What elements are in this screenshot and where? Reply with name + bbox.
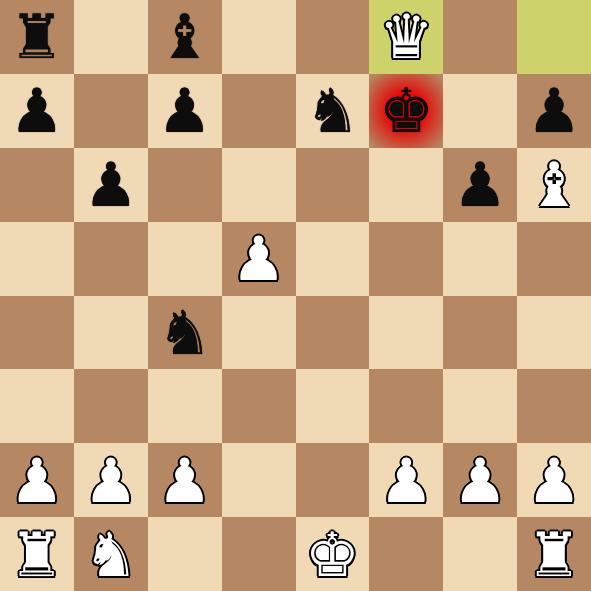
square-g5[interactable] — [443, 222, 517, 296]
square-f4[interactable] — [369, 296, 443, 370]
square-f6[interactable] — [369, 148, 443, 222]
square-b6[interactable]: ♟ — [74, 148, 148, 222]
square-d4[interactable] — [222, 296, 296, 370]
white-pawn-f2[interactable]: ♟ — [379, 450, 434, 511]
black-rook-a8[interactable]: ♜ — [10, 6, 65, 67]
square-h7[interactable]: ♟ — [517, 74, 591, 148]
white-pawn-c2[interactable]: ♟ — [157, 450, 212, 511]
white-pawn-d5[interactable]: ♟ — [231, 228, 286, 289]
square-c7[interactable]: ♟ — [148, 74, 222, 148]
square-b7[interactable] — [74, 74, 148, 148]
white-pawn-g2[interactable]: ♟ — [453, 450, 508, 511]
square-h6[interactable]: ♝ — [517, 148, 591, 222]
square-e8[interactable] — [296, 0, 370, 74]
square-c2[interactable]: ♟ — [148, 443, 222, 517]
square-f1[interactable] — [369, 517, 443, 591]
square-d1[interactable] — [222, 517, 296, 591]
square-a2[interactable]: ♟ — [0, 443, 74, 517]
white-pawn-h2[interactable]: ♟ — [527, 450, 582, 511]
square-a7[interactable]: ♟ — [0, 74, 74, 148]
square-b5[interactable] — [74, 222, 148, 296]
square-b4[interactable] — [74, 296, 148, 370]
square-g3[interactable] — [443, 369, 517, 443]
white-pawn-b2[interactable]: ♟ — [83, 450, 138, 511]
square-c5[interactable] — [148, 222, 222, 296]
square-d6[interactable] — [222, 148, 296, 222]
square-g2[interactable]: ♟ — [443, 443, 517, 517]
square-f8-lastmove-highlight[interactable]: ♛ — [369, 0, 443, 74]
square-c4[interactable]: ♞ — [148, 296, 222, 370]
black-bishop-c8[interactable]: ♝ — [157, 6, 212, 67]
square-a8[interactable]: ♜ — [0, 0, 74, 74]
square-g6[interactable]: ♟ — [443, 148, 517, 222]
square-d8[interactable] — [222, 0, 296, 74]
black-pawn-b6[interactable]: ♟ — [83, 154, 138, 215]
white-rook-a1[interactable]: ♜ — [10, 524, 65, 585]
square-d7[interactable] — [222, 74, 296, 148]
black-pawn-g6[interactable]: ♟ — [453, 154, 508, 215]
square-f2[interactable]: ♟ — [369, 443, 443, 517]
square-h5[interactable] — [517, 222, 591, 296]
square-d5[interactable]: ♟ — [222, 222, 296, 296]
square-e7[interactable]: ♞ — [296, 74, 370, 148]
white-queen-f8[interactable]: ♛ — [379, 6, 434, 67]
square-b8[interactable] — [74, 0, 148, 74]
square-a6[interactable] — [0, 148, 74, 222]
square-c6[interactable] — [148, 148, 222, 222]
square-a1[interactable]: ♜ — [0, 517, 74, 591]
square-h3[interactable] — [517, 369, 591, 443]
square-g1[interactable] — [443, 517, 517, 591]
square-e1[interactable]: ♚ — [296, 517, 370, 591]
square-e3[interactable] — [296, 369, 370, 443]
white-king-e1[interactable]: ♚ — [305, 524, 360, 585]
square-d2[interactable] — [222, 443, 296, 517]
square-c1[interactable] — [148, 517, 222, 591]
square-c8[interactable]: ♝ — [148, 0, 222, 74]
square-e2[interactable] — [296, 443, 370, 517]
square-h2[interactable]: ♟ — [517, 443, 591, 517]
chess-board: ♜♝♛♟♟♞♚♟♟♟♝♟♞♟♟♟♟♟♟♜♞♚♜ — [0, 0, 591, 591]
square-h4[interactable] — [517, 296, 591, 370]
black-pawn-c7[interactable]: ♟ — [157, 80, 212, 141]
white-knight-b1[interactable]: ♞ — [83, 524, 138, 585]
square-f3[interactable] — [369, 369, 443, 443]
square-f5[interactable] — [369, 222, 443, 296]
square-e6[interactable] — [296, 148, 370, 222]
square-d3[interactable] — [222, 369, 296, 443]
square-g8[interactable] — [443, 0, 517, 74]
square-e5[interactable] — [296, 222, 370, 296]
square-b3[interactable] — [74, 369, 148, 443]
square-h8-lastmove-highlight[interactable] — [517, 0, 591, 74]
white-pawn-a2[interactable]: ♟ — [10, 450, 65, 511]
square-a3[interactable] — [0, 369, 74, 443]
black-pawn-h7[interactable]: ♟ — [527, 80, 582, 141]
square-b2[interactable]: ♟ — [74, 443, 148, 517]
black-pawn-a7[interactable]: ♟ — [10, 80, 65, 141]
white-rook-h1[interactable]: ♜ — [527, 524, 582, 585]
square-g4[interactable] — [443, 296, 517, 370]
square-c3[interactable] — [148, 369, 222, 443]
square-e4[interactable] — [296, 296, 370, 370]
square-b1[interactable]: ♞ — [74, 517, 148, 591]
square-a5[interactable] — [0, 222, 74, 296]
square-a4[interactable] — [0, 296, 74, 370]
black-king-f7[interactable]: ♚ — [379, 80, 434, 141]
square-h1[interactable]: ♜ — [517, 517, 591, 591]
black-knight-e7[interactable]: ♞ — [305, 80, 360, 141]
square-g7[interactable] — [443, 74, 517, 148]
white-bishop-h6[interactable]: ♝ — [527, 154, 582, 215]
square-f7[interactable]: ♚ — [369, 74, 443, 148]
black-knight-c4[interactable]: ♞ — [157, 302, 212, 363]
